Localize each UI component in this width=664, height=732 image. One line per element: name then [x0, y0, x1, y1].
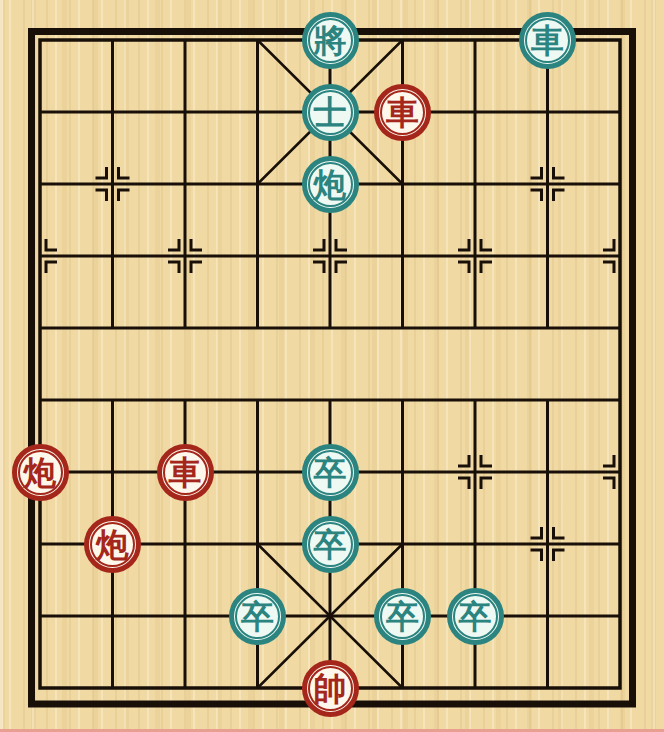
board-point[interactable] [439, 364, 512, 436]
board-point[interactable] [439, 220, 512, 292]
piece-glyph: 將 [314, 24, 347, 57]
board-point[interactable] [584, 580, 657, 652]
board-point[interactable] [76, 580, 149, 652]
board-point[interactable] [366, 148, 439, 220]
board-point[interactable] [584, 148, 657, 220]
board-point[interactable] [294, 580, 367, 652]
board-point[interactable] [294, 220, 367, 292]
board-point[interactable] [221, 292, 294, 364]
board-point[interactable] [4, 220, 77, 292]
board-point[interactable] [439, 508, 512, 580]
board-point[interactable] [366, 436, 439, 508]
board-point[interactable] [221, 148, 294, 220]
board-point[interactable] [4, 76, 77, 148]
board-point[interactable] [439, 436, 512, 508]
board-point[interactable] [149, 292, 222, 364]
board-edge-highlight [0, 0, 3, 732]
board-point[interactable] [366, 220, 439, 292]
piece-black-chariot[interactable]: 車 [519, 12, 576, 69]
board-point[interactable] [76, 76, 149, 148]
board-point[interactable] [366, 4, 439, 76]
piece-red-chariot[interactable]: 車 [157, 444, 214, 501]
board-point[interactable] [439, 652, 512, 724]
board-point[interactable] [294, 364, 367, 436]
board-point[interactable] [76, 4, 149, 76]
board-point[interactable] [511, 76, 584, 148]
board-point[interactable] [584, 292, 657, 364]
board-point[interactable] [366, 652, 439, 724]
board-point[interactable] [76, 364, 149, 436]
board-point[interactable] [221, 652, 294, 724]
piece-glyph: 炮 [96, 528, 129, 561]
board-point[interactable] [221, 364, 294, 436]
piece-black-soldier[interactable]: 卒 [374, 588, 431, 645]
board-point[interactable] [149, 508, 222, 580]
board-point[interactable] [149, 652, 222, 724]
board-point[interactable] [76, 436, 149, 508]
piece-glyph: 車 [169, 456, 202, 489]
piece-glyph: 炮 [24, 456, 57, 489]
board-point[interactable] [584, 436, 657, 508]
board-grid: 將車士車炮炮車卒炮卒卒卒卒帥 [4, 4, 657, 724]
board-point[interactable] [221, 220, 294, 292]
piece-red-chariot[interactable]: 車 [374, 84, 431, 141]
board-point[interactable] [76, 652, 149, 724]
piece-glyph: 卒 [459, 600, 492, 633]
board-point[interactable] [584, 652, 657, 724]
board-point[interactable] [294, 292, 367, 364]
board-point[interactable] [76, 148, 149, 220]
board-point[interactable] [511, 220, 584, 292]
board-point[interactable] [584, 508, 657, 580]
board-point[interactable] [4, 292, 77, 364]
piece-glyph: 卒 [314, 456, 347, 489]
piece-glyph: 卒 [386, 600, 419, 633]
piece-black-soldier[interactable]: 卒 [447, 588, 504, 645]
board-point[interactable] [4, 508, 77, 580]
piece-glyph: 炮 [314, 168, 347, 201]
piece-red-general[interactable]: 帥 [302, 660, 359, 717]
board-point[interactable] [221, 4, 294, 76]
piece-glyph: 卒 [314, 528, 347, 561]
board-point[interactable] [439, 148, 512, 220]
board-point[interactable] [511, 580, 584, 652]
board-point[interactable] [366, 364, 439, 436]
board-point[interactable] [76, 220, 149, 292]
board-point[interactable] [4, 652, 77, 724]
board-point[interactable] [76, 292, 149, 364]
piece-glyph: 車 [386, 96, 419, 129]
board-point[interactable] [149, 76, 222, 148]
board-point[interactable] [439, 76, 512, 148]
board-point[interactable] [511, 364, 584, 436]
board-point[interactable] [366, 508, 439, 580]
piece-glyph: 帥 [314, 672, 347, 705]
board-point[interactable] [511, 652, 584, 724]
piece-black-soldier[interactable]: 卒 [229, 588, 286, 645]
board-point[interactable] [221, 508, 294, 580]
board-point[interactable] [4, 580, 77, 652]
board-point[interactable] [4, 364, 77, 436]
board-point[interactable] [584, 76, 657, 148]
board-point[interactable] [366, 292, 439, 364]
board-point[interactable] [149, 148, 222, 220]
board-point[interactable] [439, 292, 512, 364]
piece-black-general[interactable]: 將 [302, 12, 359, 69]
board-point[interactable] [221, 76, 294, 148]
board-point[interactable] [584, 364, 657, 436]
piece-black-soldier[interactable]: 卒 [302, 444, 359, 501]
piece-red-cannon[interactable]: 炮 [84, 516, 141, 573]
piece-glyph: 卒 [241, 600, 274, 633]
board-point[interactable] [511, 508, 584, 580]
board-point[interactable] [149, 580, 222, 652]
board-point[interactable] [439, 4, 512, 76]
piece-black-advisor[interactable]: 士 [302, 84, 359, 141]
xiangqi-board: 將車士車炮炮車卒炮卒卒卒卒帥 [0, 0, 664, 732]
piece-red-cannon[interactable]: 炮 [12, 444, 69, 501]
board-point[interactable] [511, 292, 584, 364]
piece-black-cannon[interactable]: 炮 [302, 156, 359, 213]
board-point[interactable] [149, 220, 222, 292]
board-point[interactable] [511, 436, 584, 508]
board-point[interactable] [584, 220, 657, 292]
board-point[interactable] [511, 148, 584, 220]
piece-black-soldier[interactable]: 卒 [302, 516, 359, 573]
board-point[interactable] [4, 4, 77, 76]
piece-glyph: 士 [314, 96, 347, 129]
board-point[interactable] [149, 4, 222, 76]
piece-glyph: 車 [531, 24, 564, 57]
board-point[interactable] [4, 148, 77, 220]
board-point[interactable] [149, 364, 222, 436]
board-point[interactable] [584, 4, 657, 76]
board-point[interactable] [221, 436, 294, 508]
